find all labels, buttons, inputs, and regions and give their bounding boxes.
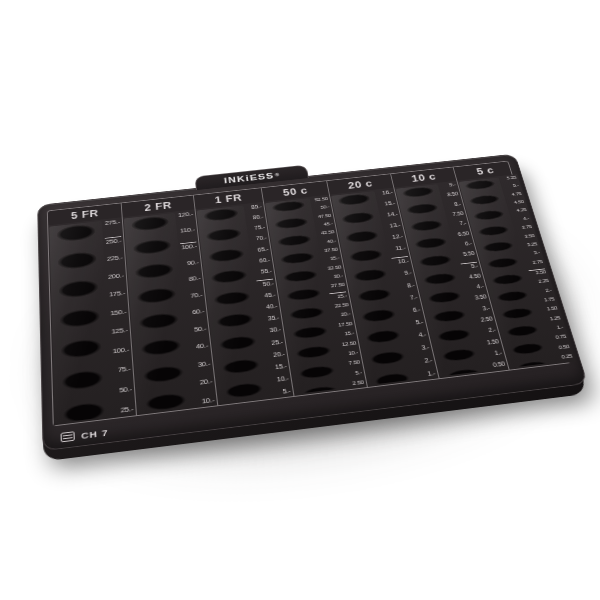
model-label: CH 7 bbox=[81, 427, 109, 441]
coin-tray: INKiESS® 5 FR275.-250.-225.-200.-175.-15… bbox=[37, 154, 588, 452]
scale-value: 20.- bbox=[199, 378, 212, 386]
scale-value: 30.- bbox=[333, 273, 343, 279]
scale-value: 0.75 bbox=[555, 335, 567, 341]
scale-value: 4.75 bbox=[511, 192, 522, 197]
column-body: 275.-250.-225.-200.-175.-150.-125.-100.-… bbox=[48, 217, 136, 425]
scale-value: 7.50 bbox=[348, 359, 360, 366]
scale-value: 225.- bbox=[107, 255, 123, 263]
scale-value: 2.75 bbox=[532, 260, 543, 266]
scale-value: 80.- bbox=[188, 275, 201, 282]
scale-value: 3.75 bbox=[521, 225, 532, 230]
scale-value: 5.25 bbox=[506, 176, 517, 181]
scale-value: 16.- bbox=[382, 189, 394, 195]
scale-value: 40.- bbox=[266, 303, 278, 310]
scale-value: 1.50 bbox=[486, 339, 499, 346]
scale-value: 35.- bbox=[267, 314, 279, 321]
scale-value: 37.50 bbox=[324, 247, 338, 253]
scale-value: 7.- bbox=[409, 294, 418, 301]
scale-value: 40.- bbox=[326, 238, 336, 244]
scale-value: 250.- bbox=[105, 236, 122, 245]
scale-value: 65.- bbox=[257, 246, 269, 253]
scale-value: 5.- bbox=[282, 387, 291, 394]
scale-value: 3.25 bbox=[527, 242, 538, 248]
scale-value: 20.- bbox=[340, 311, 350, 317]
scale-value: 4.25 bbox=[516, 208, 527, 213]
scale-value: 90.- bbox=[187, 259, 199, 266]
scale-value: 10.- bbox=[276, 375, 289, 383]
scale-value: 7.- bbox=[459, 221, 467, 227]
scale-value: 75.- bbox=[254, 224, 265, 230]
scale-value: 2.- bbox=[545, 288, 552, 293]
scale-value: 3.- bbox=[533, 251, 540, 256]
scale-value: 5.- bbox=[355, 369, 363, 375]
scale-value: 200.- bbox=[108, 272, 124, 280]
scale-value: 1.- bbox=[556, 325, 564, 331]
scale-value: 8.50 bbox=[447, 192, 459, 198]
scale-value: 45.- bbox=[323, 221, 333, 226]
scale-value: 9.- bbox=[449, 182, 457, 187]
scale-value: 4.50 bbox=[514, 200, 525, 205]
scale-value: 60.- bbox=[259, 256, 271, 263]
scale-value: 0.25 bbox=[561, 354, 573, 360]
scale-value: 8.- bbox=[454, 201, 462, 206]
scale-value: 13.- bbox=[389, 222, 401, 228]
scale-value: 10.- bbox=[201, 396, 214, 404]
scale-value: 4.50 bbox=[469, 273, 482, 279]
scale-value: 6.- bbox=[464, 241, 472, 247]
scale-value: 3.50 bbox=[474, 295, 487, 302]
scale-value: 70.- bbox=[190, 291, 203, 298]
scale-value: 275.- bbox=[105, 219, 121, 226]
scale-value: 8.- bbox=[406, 282, 415, 288]
scale-value: 2.50 bbox=[480, 316, 493, 323]
scale-value: 55.- bbox=[260, 267, 272, 274]
scale-value: 47.50 bbox=[317, 213, 331, 219]
scale-value: 3.- bbox=[482, 305, 490, 311]
scale-value: 27.50 bbox=[331, 282, 346, 288]
scale-value: 2.50 bbox=[352, 379, 364, 386]
scale-value: 6.- bbox=[412, 306, 421, 313]
scale-value: 0.50 bbox=[558, 344, 570, 350]
scale-value: 100.- bbox=[180, 242, 197, 251]
scale-value: 25.- bbox=[271, 338, 283, 345]
scale-value: 52.50 bbox=[314, 196, 328, 202]
scale-value: 20.- bbox=[273, 350, 285, 357]
scale-value: 110.- bbox=[180, 226, 195, 233]
scale-value: 25.- bbox=[329, 291, 347, 299]
scale-value: 3.- bbox=[421, 344, 430, 351]
scale-value: 32.50 bbox=[327, 264, 341, 270]
scale-value: 7.50 bbox=[452, 211, 464, 217]
scale-value: 10.- bbox=[391, 256, 409, 265]
scale-value: 25.- bbox=[120, 406, 133, 414]
scale-value: 50.- bbox=[320, 205, 330, 210]
scale-value: 5.- bbox=[460, 261, 478, 270]
brand-name: INKiESS bbox=[224, 171, 275, 185]
scale-value: 1.- bbox=[427, 370, 436, 377]
scale-value: 12.- bbox=[392, 233, 404, 239]
scale-value: 100.- bbox=[112, 346, 129, 354]
scale-value: 10.- bbox=[348, 350, 359, 356]
coin-slots bbox=[49, 221, 113, 423]
scale-value: 2.- bbox=[488, 327, 496, 333]
scale-value: 85.- bbox=[251, 204, 262, 210]
scale-value: 4.- bbox=[476, 284, 484, 290]
scale-value: 2.50 bbox=[529, 268, 547, 276]
scale-value: 30.- bbox=[269, 326, 281, 333]
scale-value: 75.- bbox=[118, 366, 131, 374]
scale-value: 2.25 bbox=[538, 279, 549, 285]
scale-value: 42.50 bbox=[321, 230, 335, 236]
scale-value: 1.50 bbox=[546, 306, 558, 312]
scale-value: 50.- bbox=[119, 386, 132, 394]
scale-value: 45.- bbox=[264, 291, 276, 298]
scale-value: 17.50 bbox=[338, 321, 353, 328]
scale-value: 0.50 bbox=[492, 362, 506, 369]
scale-value: 5.- bbox=[513, 184, 520, 189]
scale-value: 5.50 bbox=[463, 251, 476, 257]
scale-value: 150.- bbox=[110, 308, 127, 316]
tray-top-surface: INKiESS® 5 FR275.-250.-225.-200.-175.-15… bbox=[37, 154, 588, 452]
scale-value: 35.- bbox=[330, 256, 340, 262]
tray-columns: 5 FR275.-250.-225.-200.-175.-150.-125.-1… bbox=[47, 161, 571, 427]
scale-value: 175.- bbox=[109, 290, 125, 298]
scale-value: 11.- bbox=[395, 245, 406, 252]
scale-value: 1.75 bbox=[544, 297, 556, 303]
scale-value: 70.- bbox=[255, 235, 267, 241]
scale-value: 15.- bbox=[344, 330, 355, 336]
scale-value: 50.- bbox=[256, 279, 274, 288]
scale-value: 4.- bbox=[523, 217, 530, 222]
scale-value: 4.- bbox=[418, 331, 427, 338]
scale-value: 80.- bbox=[252, 214, 263, 220]
scale-value: 40.- bbox=[196, 342, 209, 350]
scale-value: 15.- bbox=[384, 200, 396, 206]
scale-value: 1.- bbox=[494, 350, 503, 356]
scale-value: 9.- bbox=[404, 270, 413, 276]
scale-value: 14.- bbox=[387, 211, 399, 217]
scale-value: 125.- bbox=[111, 327, 128, 335]
scale-value: 3.50 bbox=[524, 234, 535, 239]
registered-trademark-symbol: ® bbox=[275, 173, 280, 178]
scale-value: 30.- bbox=[197, 360, 210, 368]
scale-value: 6.50 bbox=[457, 231, 469, 237]
product-photo: { "product": { "brand": "INKiESS", "regi… bbox=[0, 0, 600, 600]
scale-value: 5.- bbox=[415, 318, 424, 325]
scale-value: 12.50 bbox=[341, 340, 356, 347]
scale-value: 1.25 bbox=[549, 316, 561, 322]
scale-value: 50.- bbox=[194, 325, 207, 333]
scale-value: 15.- bbox=[275, 362, 287, 370]
scale-value: 2.- bbox=[424, 357, 433, 364]
model-badge: CH 7 bbox=[60, 425, 109, 444]
scale-value: 22.50 bbox=[334, 302, 349, 309]
scale-value: 120.- bbox=[178, 211, 194, 218]
ribbed-lines-icon bbox=[61, 431, 75, 442]
scale-value: 60.- bbox=[192, 308, 205, 316]
